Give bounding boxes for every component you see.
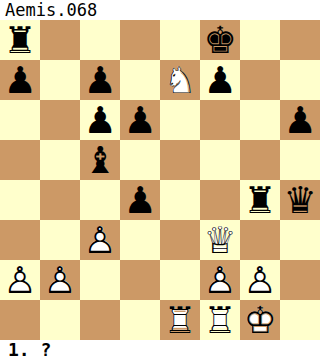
black-bishop-icon[interactable]: ♝ xyxy=(80,140,120,180)
black-queen-icon[interactable]: ♛ xyxy=(280,180,320,220)
square-g4[interactable]: ♜ xyxy=(240,180,280,220)
square-h4[interactable]: ♛ xyxy=(280,180,320,220)
black-rook-icon[interactable]: ♜ xyxy=(0,20,40,60)
white-rook-icon[interactable]: ♜♖ xyxy=(160,300,200,340)
chess-board: ♜♚♟♟♞♘♟♟♟♟♝♟♜♛♟♙♛♕♟♙♟♙♟♙♟♙♜♖♜♖♚♔ xyxy=(0,20,320,340)
square-e6[interactable] xyxy=(160,100,200,140)
white-knight-icon[interactable]: ♞♘ xyxy=(160,60,200,100)
square-b3[interactable] xyxy=(40,220,80,260)
square-e2[interactable] xyxy=(160,260,200,300)
square-h2[interactable] xyxy=(280,260,320,300)
square-d3[interactable] xyxy=(120,220,160,260)
square-f7[interactable]: ♟ xyxy=(200,60,240,100)
square-h1[interactable] xyxy=(280,300,320,340)
square-f3[interactable]: ♛♕ xyxy=(200,220,240,260)
square-a6[interactable] xyxy=(0,100,40,140)
square-h5[interactable] xyxy=(280,140,320,180)
square-g8[interactable] xyxy=(240,20,280,60)
white-rook-icon[interactable]: ♜♖ xyxy=(200,300,240,340)
square-b5[interactable] xyxy=(40,140,80,180)
white-pawn-icon[interactable]: ♟♙ xyxy=(40,260,80,300)
square-g1[interactable]: ♚♔ xyxy=(240,300,280,340)
move-prompt: 1. ? xyxy=(0,340,320,360)
square-g3[interactable] xyxy=(240,220,280,260)
white-pawn-icon[interactable]: ♟♙ xyxy=(240,260,280,300)
square-h7[interactable] xyxy=(280,60,320,100)
white-king-icon[interactable]: ♚♔ xyxy=(240,300,280,340)
square-b1[interactable] xyxy=(40,300,80,340)
square-e8[interactable] xyxy=(160,20,200,60)
square-b2[interactable]: ♟♙ xyxy=(40,260,80,300)
square-f5[interactable] xyxy=(200,140,240,180)
square-d1[interactable] xyxy=(120,300,160,340)
square-e5[interactable] xyxy=(160,140,200,180)
square-c4[interactable] xyxy=(80,180,120,220)
black-pawn-icon[interactable]: ♟ xyxy=(200,60,240,100)
square-f4[interactable] xyxy=(200,180,240,220)
square-c5[interactable]: ♝ xyxy=(80,140,120,180)
square-b4[interactable] xyxy=(40,180,80,220)
white-pawn-icon[interactable]: ♟♙ xyxy=(200,260,240,300)
black-pawn-icon[interactable]: ♟ xyxy=(0,60,40,100)
square-c1[interactable] xyxy=(80,300,120,340)
black-rook-icon[interactable]: ♜ xyxy=(240,180,280,220)
square-h3[interactable] xyxy=(280,220,320,260)
square-d8[interactable] xyxy=(120,20,160,60)
square-d5[interactable] xyxy=(120,140,160,180)
square-h6[interactable]: ♟ xyxy=(280,100,320,140)
square-a5[interactable] xyxy=(0,140,40,180)
square-d2[interactable] xyxy=(120,260,160,300)
square-g6[interactable] xyxy=(240,100,280,140)
chess-diagram: Aemis.068 ♜♚♟♟♞♘♟♟♟♟♝♟♜♛♟♙♛♕♟♙♟♙♟♙♟♙♜♖♜♖… xyxy=(0,0,320,360)
square-d7[interactable] xyxy=(120,60,160,100)
square-f6[interactable] xyxy=(200,100,240,140)
square-e7[interactable]: ♞♘ xyxy=(160,60,200,100)
square-c6[interactable]: ♟ xyxy=(80,100,120,140)
square-e4[interactable] xyxy=(160,180,200,220)
square-a1[interactable] xyxy=(0,300,40,340)
black-king-icon[interactable]: ♚ xyxy=(200,20,240,60)
square-g5[interactable] xyxy=(240,140,280,180)
square-a4[interactable] xyxy=(0,180,40,220)
square-a3[interactable] xyxy=(0,220,40,260)
black-pawn-icon[interactable]: ♟ xyxy=(80,100,120,140)
white-queen-icon[interactable]: ♛♕ xyxy=(200,220,240,260)
square-c8[interactable] xyxy=(80,20,120,60)
white-pawn-icon[interactable]: ♟♙ xyxy=(80,220,120,260)
black-pawn-icon[interactable]: ♟ xyxy=(280,100,320,140)
square-c7[interactable]: ♟ xyxy=(80,60,120,100)
square-e1[interactable]: ♜♖ xyxy=(160,300,200,340)
square-f8[interactable]: ♚ xyxy=(200,20,240,60)
square-f2[interactable]: ♟♙ xyxy=(200,260,240,300)
square-b8[interactable] xyxy=(40,20,80,60)
square-d4[interactable]: ♟ xyxy=(120,180,160,220)
square-g7[interactable] xyxy=(240,60,280,100)
square-a2[interactable]: ♟♙ xyxy=(0,260,40,300)
square-e3[interactable] xyxy=(160,220,200,260)
black-pawn-icon[interactable]: ♟ xyxy=(80,60,120,100)
black-pawn-icon[interactable]: ♟ xyxy=(120,100,160,140)
black-pawn-icon[interactable]: ♟ xyxy=(120,180,160,220)
square-c2[interactable] xyxy=(80,260,120,300)
square-c3[interactable]: ♟♙ xyxy=(80,220,120,260)
square-d6[interactable]: ♟ xyxy=(120,100,160,140)
square-f1[interactable]: ♜♖ xyxy=(200,300,240,340)
square-b7[interactable] xyxy=(40,60,80,100)
square-b6[interactable] xyxy=(40,100,80,140)
square-a8[interactable]: ♜ xyxy=(0,20,40,60)
white-pawn-icon[interactable]: ♟♙ xyxy=(0,260,40,300)
square-g2[interactable]: ♟♙ xyxy=(240,260,280,300)
square-h8[interactable] xyxy=(280,20,320,60)
diagram-title: Aemis.068 xyxy=(0,0,320,20)
square-a7[interactable]: ♟ xyxy=(0,60,40,100)
